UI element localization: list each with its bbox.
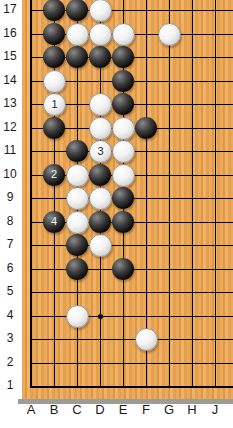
move-number-3: 3 xyxy=(97,146,103,157)
row-label-14: 14 xyxy=(0,73,20,89)
column-label-H: H xyxy=(183,402,201,418)
grid-line-col-H xyxy=(192,0,193,388)
stone-white-C9[interactable] xyxy=(66,187,89,210)
column-label-C: C xyxy=(68,402,86,418)
column-label-G: G xyxy=(160,402,178,418)
row-label-1: 1 xyxy=(0,378,20,394)
stone-white-E16[interactable] xyxy=(112,23,135,46)
row-label-17: 17 xyxy=(0,2,20,18)
move-number-2: 2 xyxy=(51,169,57,180)
row-label-11: 11 xyxy=(0,143,20,159)
stone-black-E13[interactable] xyxy=(112,93,134,115)
stone-black-E15[interactable] xyxy=(112,46,134,68)
stone-black-B10[interactable]: 2 xyxy=(43,164,65,186)
row-label-8: 8 xyxy=(0,214,20,230)
row-label-4: 4 xyxy=(0,308,20,324)
stone-white-E12[interactable] xyxy=(112,117,135,140)
grid-line-row-3 xyxy=(31,339,233,340)
move-number-4: 4 xyxy=(51,216,57,227)
stone-black-B12[interactable] xyxy=(43,117,65,139)
column-label-D: D xyxy=(91,402,109,418)
stone-black-E8[interactable] xyxy=(112,211,134,233)
column-label-B: B xyxy=(45,402,63,418)
column-label-J: J xyxy=(206,402,224,418)
stone-white-B13[interactable]: 1 xyxy=(43,93,66,116)
stone-black-B15[interactable] xyxy=(43,46,65,68)
row-label-16: 16 xyxy=(0,26,20,42)
row-label-10: 10 xyxy=(0,167,20,183)
move-number-1: 1 xyxy=(51,99,57,110)
stone-white-D13[interactable] xyxy=(89,93,112,116)
stone-black-C6[interactable] xyxy=(66,258,88,280)
grid-line-row-5 xyxy=(31,292,233,293)
stone-white-C4[interactable] xyxy=(66,305,89,328)
stone-black-E14[interactable] xyxy=(112,70,134,92)
stone-white-B14[interactable] xyxy=(43,70,66,93)
stone-white-D17[interactable] xyxy=(89,0,112,22)
stone-black-B16[interactable] xyxy=(43,23,65,45)
stone-white-D9[interactable] xyxy=(89,187,112,210)
stone-white-D11[interactable]: 3 xyxy=(89,140,112,163)
row-label-6: 6 xyxy=(0,261,20,277)
stone-white-D7[interactable] xyxy=(89,234,112,257)
row-label-7: 7 xyxy=(0,237,20,253)
stone-white-C10[interactable] xyxy=(66,164,89,187)
stone-black-C11[interactable] xyxy=(66,140,88,162)
stone-black-B17[interactable] xyxy=(43,0,65,21)
row-label-12: 12 xyxy=(0,120,20,136)
go-board[interactable]: 2413 xyxy=(22,0,233,399)
stone-black-B8[interactable]: 4 xyxy=(43,211,65,233)
stone-black-D8[interactable] xyxy=(89,211,111,233)
row-label-13: 13 xyxy=(0,96,20,112)
stone-black-F12[interactable] xyxy=(135,117,157,139)
stone-white-E10[interactable] xyxy=(112,164,135,187)
row-label-3: 3 xyxy=(0,331,20,347)
stone-white-E11[interactable] xyxy=(112,140,135,163)
grid-line-col-A xyxy=(30,0,32,388)
row-label-2: 2 xyxy=(0,355,20,371)
stone-black-D10[interactable] xyxy=(89,164,111,186)
stone-white-G16[interactable] xyxy=(158,23,181,46)
stone-black-E6[interactable] xyxy=(112,258,134,280)
stone-black-C17[interactable] xyxy=(66,0,88,21)
grid-line-col-J xyxy=(215,0,216,388)
row-label-15: 15 xyxy=(0,49,20,65)
stone-black-C15[interactable] xyxy=(66,46,88,68)
grid-line-row-2 xyxy=(31,363,233,364)
column-label-F: F xyxy=(137,402,155,418)
stone-white-C8[interactable] xyxy=(66,211,89,234)
stone-white-C16[interactable] xyxy=(66,23,89,46)
row-label-9: 9 xyxy=(0,190,20,206)
stone-white-F3[interactable] xyxy=(135,328,158,351)
grid-line-col-G xyxy=(169,0,170,388)
grid-line-row-4 xyxy=(31,316,233,317)
stone-black-D15[interactable] xyxy=(89,46,111,68)
row-label-5: 5 xyxy=(0,284,20,300)
stone-black-E9[interactable] xyxy=(112,187,134,209)
go-diagram: 1716151413121110987654321 2413 ABCDEFGHJ xyxy=(0,0,233,428)
stone-black-C7[interactable] xyxy=(66,234,88,256)
star-point-D4 xyxy=(98,314,103,319)
column-label-A: A xyxy=(22,402,40,418)
stone-white-D16[interactable] xyxy=(89,23,112,46)
grid-line-row-7 xyxy=(31,245,233,246)
column-label-E: E xyxy=(114,402,132,418)
grid-line-row-1 xyxy=(31,386,233,388)
stone-white-D12[interactable] xyxy=(89,117,112,140)
